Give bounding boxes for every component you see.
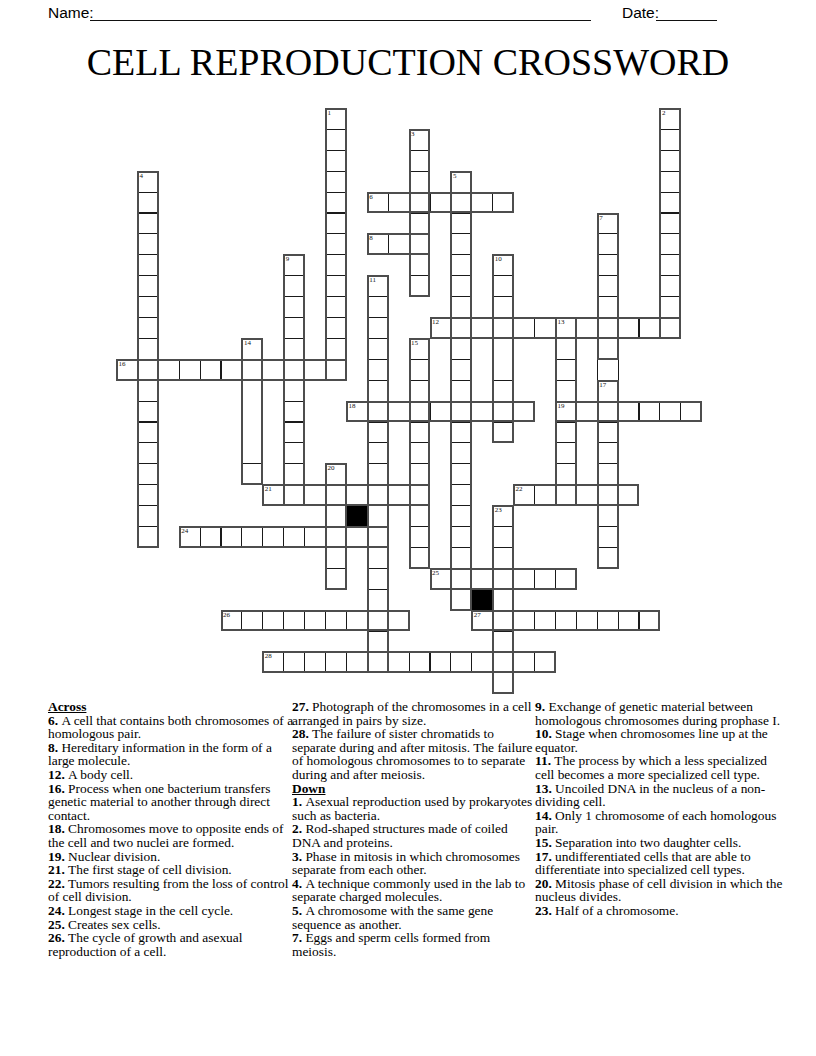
clue-number: 5 [453,172,457,180]
grid-cell[interactable] [325,213,347,235]
grid-cell[interactable] [597,463,619,485]
grid-cell[interactable] [409,359,431,381]
grid-cell[interactable] [450,401,472,423]
grid-cell[interactable] [179,359,201,381]
grid-cell[interactable] [492,589,514,611]
grid-cell[interactable] [659,296,681,318]
grid-cell[interactable] [450,233,472,255]
grid-cell[interactable] [367,568,389,590]
grid-cell[interactable] [555,610,577,632]
clue-number: 3 [411,130,415,138]
grid-cell[interactable] [367,359,389,381]
grid-cell[interactable] [534,568,556,590]
grid-cell[interactable] [137,213,159,235]
grid-cell[interactable]: 12 [430,317,452,339]
grid-cell[interactable] [221,526,243,548]
grid-cell[interactable] [450,526,472,548]
grid-cell[interactable] [283,526,305,548]
grid-cell[interactable] [492,401,514,423]
grid-cell[interactable] [409,171,431,193]
grid-cell[interactable] [283,380,305,402]
grid-cell[interactable] [492,610,514,632]
grid-cell[interactable] [409,547,431,569]
grid-cell[interactable] [409,463,431,485]
grid-cell[interactable] [680,401,702,423]
grid-cell[interactable] [409,380,431,402]
grid-cell[interactable] [325,484,347,506]
grid-cell[interactable] [450,296,472,318]
grid-cell[interactable] [450,422,472,444]
grid-cell[interactable] [304,651,326,673]
grid-cell[interactable]: 1 [325,108,347,130]
name-fill-in-line[interactable] [90,20,591,21]
clue: 3. Phase in mitosis in which chromosomes… [292,850,534,877]
grid-cell[interactable] [325,338,347,360]
grid-cell[interactable] [283,317,305,339]
grid-cell[interactable] [262,359,284,381]
grid-cell[interactable] [576,610,598,632]
grid-cell[interactable] [659,129,681,151]
grid-cell[interactable] [555,568,577,590]
grid-cell[interactable] [409,484,431,506]
clue: 4. A technique commonly used in the lab … [292,877,534,904]
grid-cell[interactable] [513,610,535,632]
name-label: Name: [48,4,94,22]
grid-cell[interactable] [555,463,577,485]
grid-cell[interactable] [639,610,661,632]
grid-cell[interactable] [325,275,347,297]
grid-cell[interactable] [262,526,284,548]
grid-cell[interactable] [597,547,619,569]
grid-cell[interactable]: 5 [450,171,472,193]
grid-cell[interactable] [325,254,347,276]
grid-cell[interactable] [450,505,472,527]
grid-cell[interactable] [283,296,305,318]
grid-cell[interactable] [409,651,431,673]
grid-cell[interactable] [137,422,159,444]
grid-cell[interactable]: 22 [513,484,535,506]
grid-cell[interactable] [325,233,347,255]
clue: 5. A chromosome with the same gene seque… [292,904,534,931]
grid-cell[interactable] [137,526,159,548]
clue: 15. Separation into two daughter cells. [535,836,783,850]
clue-number: 22 [516,485,523,493]
grid-cell[interactable] [367,484,389,506]
grid-cell[interactable] [597,275,619,297]
grid-cell[interactable] [492,547,514,569]
grid-cell[interactable] [283,442,305,464]
grid-cell[interactable] [409,233,431,255]
clue-number: 18 [348,402,355,410]
clue-number: 14 [244,339,251,347]
grid-cell[interactable] [597,505,619,527]
grid-cell[interactable] [367,317,389,339]
grid-cell[interactable] [576,484,598,506]
clue: 8. Hereditary information in the form of… [48,741,294,768]
grid-cell[interactable]: 26 [221,610,243,632]
grid-cell[interactable] [513,651,535,673]
clue: 9. Exchange of genetic material between … [535,700,783,727]
grid-cell[interactable] [367,651,389,673]
grid-cell[interactable] [304,359,326,381]
grid-cell[interactable] [659,401,681,423]
grid-cell[interactable] [388,651,410,673]
grid-cell[interactable] [200,359,222,381]
grid-cell[interactable] [492,192,514,214]
grid-cell[interactable] [450,589,472,611]
grid-cell[interactable] [367,338,389,360]
grid-cell[interactable] [555,422,577,444]
grid-cell[interactable] [492,317,514,339]
grid-cell[interactable] [137,296,159,318]
grid-cell[interactable] [597,359,619,381]
clue-number: 25 [432,569,439,577]
grid-cell[interactable] [367,380,389,402]
grid-cell[interactable] [221,359,243,381]
grid-cell[interactable] [555,359,577,381]
clue: 24. Longest stage in the cell cycle. [48,904,294,918]
grid-cell[interactable] [325,547,347,569]
grid-cell[interactable] [576,401,598,423]
clue-number: 8 [369,234,373,242]
grid-cell[interactable] [367,463,389,485]
grid-cell[interactable] [137,442,159,464]
clue: 17. undifferentiated cells that are able… [535,850,783,877]
grid-cell[interactable] [450,484,472,506]
grid-cell[interactable] [367,526,389,548]
grid-cell[interactable] [597,317,619,339]
grid-cell[interactable] [367,401,389,423]
grid-cell[interactable]: 10 [492,254,514,276]
clue: 1. Asexual reproduction used by prokaryo… [292,795,534,822]
clue: 22. Tumors resulting from the loss of co… [48,877,294,904]
grid-cell[interactable] [618,401,640,423]
grid-cell[interactable] [597,442,619,464]
grid-cell[interactable] [346,526,368,548]
grid-cell[interactable] [137,401,159,423]
grid-cell[interactable] [158,359,180,381]
grid-cell[interactable] [450,359,472,381]
clue: 18. Chromosomes move to opposite ends of… [48,822,294,849]
clue: 20. Mitosis phase of cell division in wh… [535,877,783,904]
grid-cell[interactable] [304,526,326,548]
clue-number: 13 [557,318,564,326]
grid-cell[interactable] [137,275,159,297]
grid-cell[interactable] [388,610,410,632]
grid-cell[interactable] [325,317,347,339]
grid-cell[interactable]: 23 [492,505,514,527]
grid-cell[interactable]: 18 [346,401,368,423]
grid-cell[interactable] [659,150,681,172]
grid-cell[interactable] [325,526,347,548]
grid-cell[interactable] [659,213,681,235]
grid-cell[interactable] [367,442,389,464]
grid-cell[interactable] [304,610,326,632]
grid-cell[interactable] [137,380,159,402]
black-cell [471,589,493,611]
clue: 26. The cycle of growth and asexual repr… [48,931,294,958]
grid-cell[interactable] [367,422,389,444]
clue-number: 17 [599,381,606,389]
grid-cell[interactable]: 14 [241,338,263,360]
grid-cell[interactable]: 9 [283,254,305,276]
clue-number: 11 [369,276,376,284]
grid-cell[interactable] [137,233,159,255]
grid-cell[interactable] [283,359,305,381]
grid-cell[interactable] [555,380,577,402]
grid-cell[interactable] [325,610,347,632]
grid-cell[interactable] [597,401,619,423]
grid-cell[interactable] [492,631,514,653]
grid-cell[interactable] [409,442,431,464]
grid-cell[interactable] [430,651,452,673]
grid-cell[interactable] [450,568,472,590]
clue: 12. A body cell. [48,768,294,782]
clue: 21. The first stage of cell division. [48,863,294,877]
grid-cell[interactable] [555,484,577,506]
grid-cell[interactable] [471,568,493,590]
grid-cell[interactable] [367,505,389,527]
grid-cell[interactable] [513,401,535,423]
grid-cell[interactable] [137,338,159,360]
clue-number: 21 [265,485,272,493]
grid-cell[interactable] [513,317,535,339]
grid-cell[interactable] [597,610,619,632]
grid-cell[interactable] [450,547,472,569]
grid-cell[interactable] [450,338,472,360]
clue-number: 7 [599,214,603,222]
clue-number: 19 [557,402,564,410]
grid-cell[interactable] [555,442,577,464]
date-label: Date: [622,4,659,22]
grid-cell[interactable] [597,296,619,318]
grid-cell[interactable] [325,568,347,590]
grid-cell[interactable] [513,568,535,590]
grid-cell[interactable] [346,484,368,506]
clue-column-down: 9. Exchange of genetic material between … [535,700,783,918]
grid-cell[interactable] [597,338,619,360]
grid-cell[interactable] [471,651,493,673]
grid-cell[interactable] [241,610,263,632]
grid-cell[interactable]: 16 [116,359,138,381]
grid-cell[interactable] [576,317,598,339]
grid-cell[interactable] [304,484,326,506]
grid-cell[interactable] [659,275,681,297]
grid-cell[interactable] [471,192,493,214]
grid-cell[interactable] [137,192,159,214]
grid-cell[interactable] [409,422,431,444]
grid-cell[interactable]: 21 [262,484,284,506]
grid-cell[interactable] [367,296,389,318]
worksheet-page: Name: Date: CELL REPRODUCTION CROSSWORD … [0,0,816,1056]
clue-number: 20 [328,464,335,472]
clue-number: 26 [223,611,230,619]
grid-cell[interactable] [367,589,389,611]
grid-cell[interactable] [388,233,410,255]
grid-cell[interactable] [534,317,556,339]
grid-cell[interactable]: 25 [430,568,452,590]
clue-number: 15 [411,339,418,347]
grid-cell[interactable] [137,463,159,485]
grid-cell[interactable] [471,317,493,339]
grid-cell[interactable] [597,233,619,255]
grid-cell[interactable] [450,380,472,402]
grid-cell[interactable] [346,651,368,673]
across-header: Across [48,700,294,714]
grid-cell[interactable] [283,610,305,632]
clue: 2. Rod-shaped structures made of coiled … [292,822,534,849]
grid-cell[interactable] [325,129,347,151]
grid-cell[interactable] [450,463,472,485]
grid-cell[interactable] [262,610,284,632]
grid-cell[interactable] [283,422,305,444]
clue-number: 4 [139,172,143,180]
grid-cell[interactable] [283,484,305,506]
grid-cell[interactable] [450,651,472,673]
grid-cell[interactable] [597,254,619,276]
grid-cell[interactable]: 24 [179,526,201,548]
grid-cell[interactable]: 28 [262,651,284,673]
grid-cell[interactable] [450,192,472,214]
grid-cell[interactable] [409,526,431,548]
grid-cell[interactable] [409,401,431,423]
grid-cell[interactable] [283,275,305,297]
grid-cell[interactable] [492,422,514,444]
grid-cell[interactable] [492,672,514,694]
grid-cell[interactable] [534,484,556,506]
clue: 16. Process when one bacterium transfers… [48,782,294,823]
clue-number: 23 [495,506,502,514]
grid-cell[interactable] [597,422,619,444]
grid-cell[interactable] [450,254,472,276]
clue: 6. A cell that contains both chromosomes… [48,714,294,741]
grid-cell[interactable] [325,150,347,172]
grid-cell[interactable]: 17 [597,380,619,402]
grid-cell[interactable] [597,526,619,548]
grid-cell[interactable] [137,484,159,506]
date-fill-in-line[interactable] [656,20,717,21]
clue-number: 6 [369,193,373,201]
grid-cell[interactable] [241,526,263,548]
grid-cell[interactable] [618,317,640,339]
grid-cell[interactable] [492,275,514,297]
grid-cell[interactable] [618,484,640,506]
grid-cell[interactable] [409,150,431,172]
grid-cell[interactable] [283,401,305,423]
grid-cell[interactable] [137,317,159,339]
grid-cell[interactable] [346,610,368,632]
clue-column-across: Across6. A cell that contains both chrom… [48,700,294,958]
grid-cell[interactable]: 3 [409,129,431,151]
grid-cell[interactable] [492,380,514,402]
clue: 7. Eggs and sperm cells formed from meio… [292,931,534,958]
grid-cell[interactable] [283,338,305,360]
grid-cell[interactable] [450,317,472,339]
grid-cell[interactable]: 27 [471,610,493,632]
grid-cell[interactable]: 7 [597,213,619,235]
grid-cell[interactable] [492,526,514,548]
grid-cell[interactable] [659,254,681,276]
grid-cell[interactable]: 20 [325,463,347,485]
grid-cell[interactable] [409,192,431,214]
grid-cell[interactable] [534,651,556,673]
grid-cell[interactable] [325,359,347,381]
grid-cell[interactable] [659,192,681,214]
grid-cell[interactable] [325,296,347,318]
clue: 19. Nuclear division. [48,850,294,864]
grid-cell[interactable] [659,171,681,193]
grid-cell[interactable] [450,213,472,235]
grid-cell[interactable] [492,651,514,673]
grid-cell[interactable] [409,275,431,297]
grid-cell[interactable] [534,610,556,632]
grid-cell[interactable] [388,192,410,214]
grid-cell[interactable] [618,610,640,632]
grid-cell[interactable] [367,610,389,632]
grid-cell[interactable] [409,213,431,235]
grid-cell[interactable] [137,505,159,527]
grid-cell[interactable] [283,651,305,673]
grid-cell[interactable] [492,568,514,590]
clue: 23. Half of a chromosome. [535,904,783,918]
grid-cell[interactable] [325,171,347,193]
grid-cell[interactable]: 15 [409,338,431,360]
clue-number: 24 [181,527,188,535]
grid-cell[interactable] [325,192,347,214]
grid-cell[interactable] [450,275,472,297]
grid-cell[interactable]: 19 [555,401,577,423]
clue: 28. The failure of sister chromatids to … [292,727,534,781]
grid-cell[interactable] [241,359,263,381]
grid-cell[interactable] [325,651,347,673]
grid-cell[interactable] [409,505,431,527]
clue-column-middle: 27. Photograph of the chromosomes in a c… [292,700,534,958]
grid-cell[interactable] [388,401,410,423]
grid-cell[interactable]: 4 [137,171,159,193]
grid-cell[interactable] [367,547,389,569]
grid-cell[interactable] [137,359,159,381]
grid-cell[interactable] [367,631,389,653]
clue-number: 27 [474,611,481,619]
grid-cell[interactable]: 11 [367,275,389,297]
clue-number: 16 [119,360,126,368]
grid-cell[interactable] [388,484,410,506]
grid-cell[interactable]: 6 [367,192,389,214]
grid-cell[interactable]: 8 [367,233,389,255]
grid-cell[interactable] [430,192,452,214]
grid-cell[interactable] [555,338,577,360]
clue: 25. Creates sex cells. [48,918,294,932]
grid-cell[interactable] [659,233,681,255]
grid-cell[interactable] [200,526,222,548]
grid-cell[interactable] [450,442,472,464]
grid-cell[interactable] [639,317,661,339]
grid-cell[interactable] [430,401,452,423]
grid-cell[interactable]: 13 [555,317,577,339]
grid-cell[interactable] [283,463,305,485]
grid-cell[interactable] [409,254,431,276]
grid-cell[interactable] [241,463,263,485]
grid-cell[interactable] [325,505,347,527]
grid-cell[interactable] [597,484,619,506]
grid-cell[interactable] [471,401,493,423]
grid-cell[interactable]: 2 [659,108,681,130]
grid-cell[interactable] [492,296,514,318]
grid-cell[interactable] [639,401,661,423]
clue: 11. The process by which a less speciali… [535,754,783,781]
grid-cell[interactable] [659,317,681,339]
grid-cell[interactable] [137,254,159,276]
